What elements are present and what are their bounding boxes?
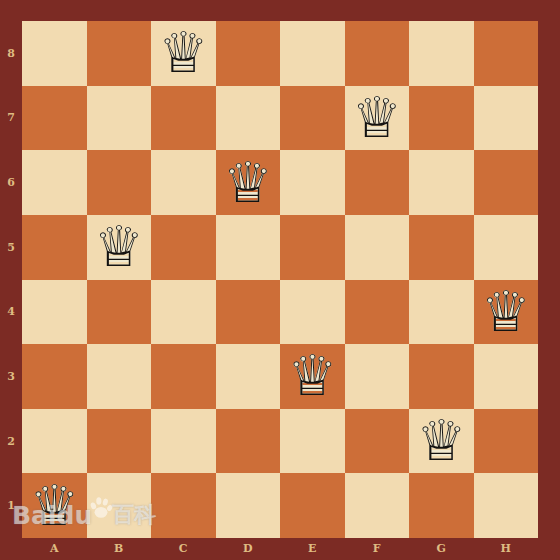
square-h5 (474, 215, 539, 280)
square-f5 (345, 215, 410, 280)
chess-board: ♛♕♛♕♛♕♛♕♛♕♛♕♛♕♛♕ (22, 21, 538, 538)
rank-label-1: 1 (0, 473, 22, 538)
square-c6 (151, 150, 216, 215)
rank-label-3: 3 (0, 344, 22, 409)
square-c5 (151, 215, 216, 280)
square-g2: ♛♕ (409, 409, 474, 474)
square-d5 (216, 215, 281, 280)
rank-labels: 87654321 (0, 21, 22, 538)
square-g6 (409, 150, 474, 215)
square-a5 (22, 215, 87, 280)
square-b2 (87, 409, 152, 474)
square-h8 (474, 21, 539, 86)
square-c3 (151, 344, 216, 409)
file-label-e: E (280, 537, 345, 560)
square-f1 (345, 473, 410, 538)
square-e5 (280, 215, 345, 280)
chess-diagram: ♛♕♛♕♛♕♛♕♛♕♛♕♛♕♛♕ 87654321 ABCDEFGH Baidu… (0, 0, 560, 560)
square-a6 (22, 150, 87, 215)
square-g5 (409, 215, 474, 280)
file-label-c: C (151, 537, 216, 560)
white-queen-e3: ♛♕ (282, 345, 342, 407)
square-b1 (87, 473, 152, 538)
square-a4 (22, 280, 87, 345)
square-c8: ♛♕ (151, 21, 216, 86)
rank-label-7: 7 (0, 86, 22, 151)
white-queen-h4: ♛♕ (476, 281, 536, 343)
square-h2 (474, 409, 539, 474)
rank-label-6: 6 (0, 150, 22, 215)
square-h1 (474, 473, 539, 538)
white-queen-g2: ♛♕ (411, 410, 471, 472)
square-f8 (345, 21, 410, 86)
square-c7 (151, 86, 216, 151)
square-b5: ♛♕ (87, 215, 152, 280)
square-e2 (280, 409, 345, 474)
square-c1 (151, 473, 216, 538)
square-a7 (22, 86, 87, 151)
rank-label-4: 4 (0, 280, 22, 345)
file-labels: ABCDEFGH (22, 537, 538, 560)
square-g8 (409, 21, 474, 86)
square-b7 (87, 86, 152, 151)
square-e1 (280, 473, 345, 538)
square-h3 (474, 344, 539, 409)
square-f2 (345, 409, 410, 474)
square-b3 (87, 344, 152, 409)
file-label-f: F (345, 537, 410, 560)
square-f6 (345, 150, 410, 215)
square-e4 (280, 280, 345, 345)
square-g3 (409, 344, 474, 409)
square-e8 (280, 21, 345, 86)
square-d6: ♛♕ (216, 150, 281, 215)
square-c4 (151, 280, 216, 345)
square-d7 (216, 86, 281, 151)
file-label-h: H (474, 537, 539, 560)
white-queen-a1: ♛♕ (24, 475, 84, 537)
square-g1 (409, 473, 474, 538)
file-label-g: G (409, 537, 474, 560)
square-d8 (216, 21, 281, 86)
white-queen-c8: ♛♕ (153, 22, 213, 84)
square-e6 (280, 150, 345, 215)
square-b4 (87, 280, 152, 345)
square-g4 (409, 280, 474, 345)
square-d1 (216, 473, 281, 538)
square-a8 (22, 21, 87, 86)
square-d2 (216, 409, 281, 474)
square-a2 (22, 409, 87, 474)
rank-label-5: 5 (0, 215, 22, 280)
square-b6 (87, 150, 152, 215)
square-h4: ♛♕ (474, 280, 539, 345)
file-label-d: D (216, 537, 281, 560)
square-e3: ♛♕ (280, 344, 345, 409)
square-f3 (345, 344, 410, 409)
square-c2 (151, 409, 216, 474)
square-a1: ♛♕ (22, 473, 87, 538)
white-queen-d6: ♛♕ (218, 152, 278, 214)
square-g7 (409, 86, 474, 151)
square-b8 (87, 21, 152, 86)
square-e7 (280, 86, 345, 151)
square-d4 (216, 280, 281, 345)
rank-label-2: 2 (0, 409, 22, 474)
file-label-b: B (87, 537, 152, 560)
file-label-a: A (22, 537, 87, 560)
square-f7: ♛♕ (345, 86, 410, 151)
square-h6 (474, 150, 539, 215)
square-f4 (345, 280, 410, 345)
square-a3 (22, 344, 87, 409)
rank-label-8: 8 (0, 21, 22, 86)
square-h7 (474, 86, 539, 151)
white-queen-f7: ♛♕ (347, 87, 407, 149)
square-d3 (216, 344, 281, 409)
white-queen-b5: ♛♕ (89, 216, 149, 278)
